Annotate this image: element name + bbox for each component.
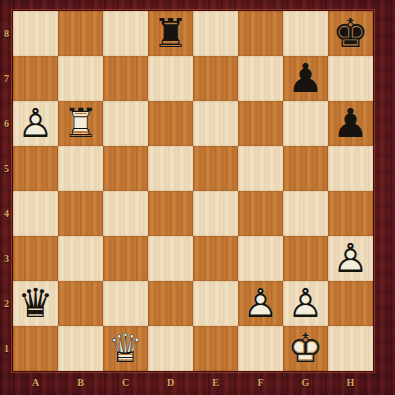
square-g6[interactable] (283, 101, 328, 146)
square-d3[interactable] (148, 236, 193, 281)
pawn-outline-glyph: ♙ (328, 236, 373, 281)
rook-glyph: ♜ (148, 11, 193, 56)
white-queen-c1[interactable]: ♛♕ (103, 326, 148, 371)
board-frame: ♜♚♟♟♙♜♖♟♟♙♛♟♙♟♙♛♕♚♔ 87654321 ABCDEFGH (0, 0, 395, 395)
square-g4[interactable] (283, 191, 328, 236)
square-b5[interactable] (58, 146, 103, 191)
file-label-g: G (283, 374, 328, 391)
rank-label-2: 2 (0, 281, 13, 326)
square-g8[interactable] (283, 11, 328, 56)
square-g1[interactable]: ♚♔ (283, 326, 328, 371)
square-b8[interactable] (58, 11, 103, 56)
square-g3[interactable] (283, 236, 328, 281)
square-a5[interactable] (13, 146, 58, 191)
square-b2[interactable] (58, 281, 103, 326)
king-glyph: ♚ (328, 11, 373, 56)
white-king-g1[interactable]: ♚♔ (283, 326, 328, 371)
square-e2[interactable] (193, 281, 238, 326)
square-h2[interactable] (328, 281, 373, 326)
file-label-b: B (58, 374, 103, 391)
square-h8[interactable]: ♚ (328, 11, 373, 56)
square-c1[interactable]: ♛♕ (103, 326, 148, 371)
square-b4[interactable] (58, 191, 103, 236)
square-g2[interactable]: ♟♙ (283, 281, 328, 326)
queen-outline-glyph: ♕ (103, 326, 148, 371)
square-h4[interactable] (328, 191, 373, 236)
white-rook-b6[interactable]: ♜♖ (58, 101, 103, 146)
square-f7[interactable] (238, 56, 283, 101)
file-label-f: F (238, 374, 283, 391)
square-d5[interactable] (148, 146, 193, 191)
square-d1[interactable] (148, 326, 193, 371)
square-e7[interactable] (193, 56, 238, 101)
square-a7[interactable] (13, 56, 58, 101)
pawn-glyph: ♟ (328, 101, 373, 146)
square-c8[interactable] (103, 11, 148, 56)
square-e8[interactable] (193, 11, 238, 56)
pawn-outline-glyph: ♙ (238, 281, 283, 326)
rank-label-6: 6 (0, 101, 13, 146)
pawn-outline-glyph: ♙ (13, 101, 58, 146)
square-a8[interactable] (13, 11, 58, 56)
black-king-h8[interactable]: ♚ (328, 11, 373, 56)
square-f3[interactable] (238, 236, 283, 281)
king-outline-glyph: ♔ (283, 326, 328, 371)
square-f5[interactable] (238, 146, 283, 191)
square-f2[interactable]: ♟♙ (238, 281, 283, 326)
black-pawn-g7[interactable]: ♟ (283, 56, 328, 101)
square-c5[interactable] (103, 146, 148, 191)
square-d4[interactable] (148, 191, 193, 236)
square-a3[interactable] (13, 236, 58, 281)
square-c7[interactable] (103, 56, 148, 101)
square-a6[interactable]: ♟♙ (13, 101, 58, 146)
rank-label-1: 1 (0, 326, 13, 371)
black-pawn-h6[interactable]: ♟ (328, 101, 373, 146)
rank-label-5: 5 (0, 146, 13, 191)
square-h3[interactable]: ♟♙ (328, 236, 373, 281)
black-rook-d8[interactable]: ♜ (148, 11, 193, 56)
square-f1[interactable] (238, 326, 283, 371)
square-d2[interactable] (148, 281, 193, 326)
rank-label-3: 3 (0, 236, 13, 281)
square-c6[interactable] (103, 101, 148, 146)
square-h6[interactable]: ♟ (328, 101, 373, 146)
file-label-d: D (148, 374, 193, 391)
square-f4[interactable] (238, 191, 283, 236)
square-d6[interactable] (148, 101, 193, 146)
square-b3[interactable] (58, 236, 103, 281)
square-e5[interactable] (193, 146, 238, 191)
file-label-e: E (193, 374, 238, 391)
square-c3[interactable] (103, 236, 148, 281)
chess-board: ♜♚♟♟♙♜♖♟♟♙♛♟♙♟♙♛♕♚♔ (13, 11, 373, 371)
square-e1[interactable] (193, 326, 238, 371)
square-e3[interactable] (193, 236, 238, 281)
square-h5[interactable] (328, 146, 373, 191)
rank-label-7: 7 (0, 56, 13, 101)
square-a1[interactable] (13, 326, 58, 371)
square-g7[interactable]: ♟ (283, 56, 328, 101)
file-label-h: H (328, 374, 373, 391)
square-b7[interactable] (58, 56, 103, 101)
pawn-outline-glyph: ♙ (283, 281, 328, 326)
square-d8[interactable]: ♜ (148, 11, 193, 56)
rank-label-8: 8 (0, 11, 13, 56)
white-pawn-h3[interactable]: ♟♙ (328, 236, 373, 281)
queen-glyph: ♛ (13, 281, 58, 326)
square-b1[interactable] (58, 326, 103, 371)
white-pawn-a6[interactable]: ♟♙ (13, 101, 58, 146)
white-pawn-f2[interactable]: ♟♙ (238, 281, 283, 326)
rook-outline-glyph: ♖ (58, 101, 103, 146)
square-e4[interactable] (193, 191, 238, 236)
square-d7[interactable] (148, 56, 193, 101)
square-h7[interactable] (328, 56, 373, 101)
rank-label-4: 4 (0, 191, 13, 236)
square-h1[interactable] (328, 326, 373, 371)
file-label-a: A (13, 374, 58, 391)
square-f8[interactable] (238, 11, 283, 56)
square-g5[interactable] (283, 146, 328, 191)
black-queen-a2[interactable]: ♛ (13, 281, 58, 326)
square-c2[interactable] (103, 281, 148, 326)
square-a2[interactable]: ♛ (13, 281, 58, 326)
square-f6[interactable] (238, 101, 283, 146)
square-e6[interactable] (193, 101, 238, 146)
pawn-glyph: ♟ (283, 56, 328, 101)
square-a4[interactable] (13, 191, 58, 236)
file-label-c: C (103, 374, 148, 391)
square-b6[interactable]: ♜♖ (58, 101, 103, 146)
square-c4[interactable] (103, 191, 148, 236)
white-pawn-g2[interactable]: ♟♙ (283, 281, 328, 326)
